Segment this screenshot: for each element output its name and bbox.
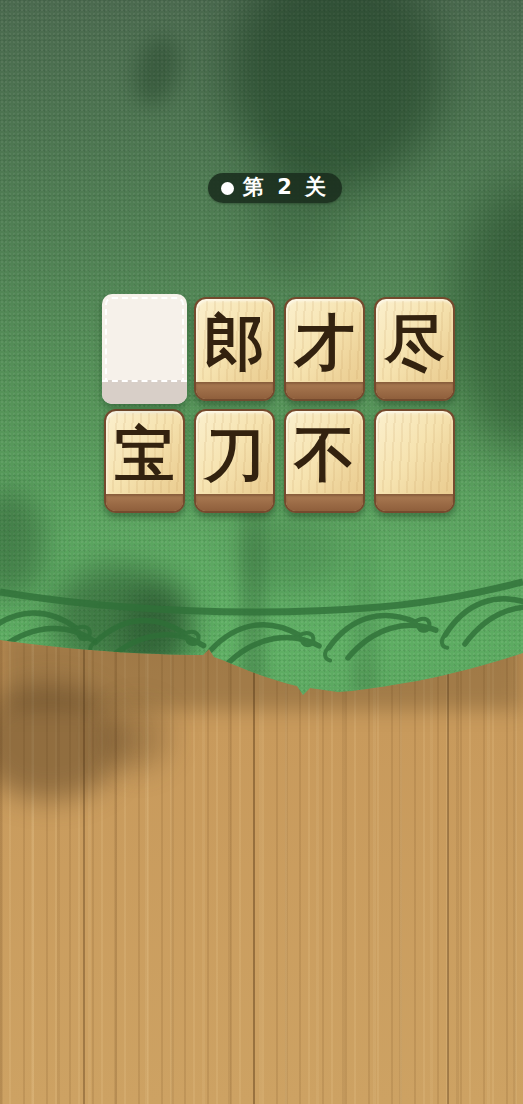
board-cell-r1c4[interactable]: 尽 <box>374 297 455 401</box>
board-cell-r1c2[interactable]: 郎 <box>194 297 275 401</box>
tile-base <box>286 382 363 399</box>
cell-character: 宝 <box>106 411 183 496</box>
cell-character: 郎 <box>196 299 273 384</box>
leaf-shadow-on-floor <box>105 705 170 770</box>
tile-base <box>376 382 453 399</box>
slot-base <box>102 380 187 404</box>
level-dot-icon <box>221 182 234 195</box>
border-arc-line <box>0 582 523 612</box>
board-cell-r2c1[interactable]: 宝 <box>104 409 185 513</box>
cell-character <box>102 294 187 389</box>
board-cell-r2c3[interactable]: 不 <box>284 409 365 513</box>
tile-base <box>286 494 363 511</box>
board-cell-r2c4-empty-tile[interactable] <box>374 409 455 513</box>
tile-base <box>106 494 183 511</box>
level-badge: 第 2 关 <box>208 173 342 203</box>
game-screen: 第 2 关 郎 才 尽 宝 刀 不 <box>0 0 523 1104</box>
cell-character: 不 <box>286 411 363 496</box>
tile-base <box>196 494 273 511</box>
board-cell-r1c3[interactable]: 才 <box>284 297 365 401</box>
board-cell-r1c1-empty-slot[interactable] <box>102 294 187 404</box>
level-label: 第 2 关 <box>243 177 329 199</box>
cell-character: 才 <box>286 299 363 384</box>
leaf-shadow <box>250 150 340 280</box>
tile-base <box>196 382 273 399</box>
cell-character <box>376 411 453 496</box>
puzzle-board: 郎 才 尽 宝 刀 不 <box>104 297 455 513</box>
board-cell-r2c2[interactable]: 刀 <box>194 409 275 513</box>
cell-character: 刀 <box>196 411 273 496</box>
tile-base <box>376 494 453 511</box>
cell-character: 尽 <box>376 299 453 384</box>
